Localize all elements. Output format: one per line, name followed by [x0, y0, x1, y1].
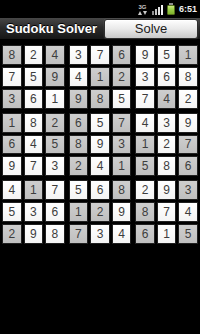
cell-r9c7[interactable]: 6 [135, 224, 155, 244]
cell-r5c7[interactable]: 1 [135, 135, 155, 155]
title-bar: Sudoku Solver Solve [0, 18, 200, 40]
sudoku-board: 8243769517594123683619857421826574396458… [0, 40, 200, 248]
cell-r6c1[interactable]: 9 [2, 156, 22, 176]
cell-r8c3[interactable]: 6 [45, 202, 65, 222]
cell-r5c8[interactable]: 2 [157, 135, 177, 155]
battery-icon [167, 3, 175, 15]
cell-r6c6[interactable]: 1 [112, 156, 132, 176]
cell-r1c7[interactable]: 9 [135, 45, 155, 65]
cell-r9c8[interactable]: 1 [157, 224, 177, 244]
clock-label: 6:51 [179, 0, 197, 18]
cell-r3c5[interactable]: 8 [90, 89, 110, 109]
cell-r9c9[interactable]: 5 [178, 224, 198, 244]
solve-button[interactable]: Solve [104, 19, 198, 39]
cell-r2c5[interactable]: 1 [90, 67, 110, 87]
cell-r1c1[interactable]: 8 [2, 45, 22, 65]
cell-r1c9[interactable]: 1 [178, 45, 198, 65]
cell-r2c4[interactable]: 4 [69, 67, 89, 87]
cell-r8c6[interactable]: 9 [112, 202, 132, 222]
cell-r6c5[interactable]: 4 [90, 156, 110, 176]
cell-r3c1[interactable]: 3 [2, 89, 22, 109]
cell-r6c3[interactable]: 3 [45, 156, 65, 176]
cell-r4c1[interactable]: 1 [2, 113, 22, 133]
cell-r7c5[interactable]: 6 [90, 180, 110, 200]
cell-r9c4[interactable]: 7 [69, 224, 89, 244]
cell-r8c5[interactable]: 2 [90, 202, 110, 222]
cell-r6c9[interactable]: 6 [178, 156, 198, 176]
status-bar: 3G 6:51 [0, 0, 200, 18]
app-screen: 3G 6:51 Sudoku Solver Solve 824376951759… [0, 0, 200, 334]
page-title: Sudoku Solver [0, 21, 97, 36]
cell-r7c4[interactable]: 5 [69, 180, 89, 200]
cell-r3c2[interactable]: 6 [24, 89, 44, 109]
signal-strength-icon [152, 4, 163, 15]
cell-r4c4[interactable]: 6 [69, 113, 89, 133]
cell-r1c6[interactable]: 6 [112, 45, 132, 65]
cell-r5c2[interactable]: 4 [24, 135, 44, 155]
cell-r7c6[interactable]: 8 [112, 180, 132, 200]
cell-r3c4[interactable]: 9 [69, 89, 89, 109]
cell-r4c6[interactable]: 7 [112, 113, 132, 133]
cell-r5c4[interactable]: 8 [69, 135, 89, 155]
cell-r6c8[interactable]: 8 [157, 156, 177, 176]
cell-r5c1[interactable]: 6 [2, 135, 22, 155]
cell-r4c3[interactable]: 2 [45, 113, 65, 133]
cell-r2c8[interactable]: 6 [157, 67, 177, 87]
cell-r3c8[interactable]: 4 [157, 89, 177, 109]
cell-r7c2[interactable]: 1 [24, 180, 44, 200]
cell-r6c7[interactable]: 5 [135, 156, 155, 176]
cell-r2c2[interactable]: 5 [24, 67, 44, 87]
cell-r8c8[interactable]: 7 [157, 202, 177, 222]
cell-r7c7[interactable]: 2 [135, 180, 155, 200]
cell-r2c1[interactable]: 7 [2, 67, 22, 87]
cell-r6c4[interactable]: 2 [69, 156, 89, 176]
cell-r5c3[interactable]: 5 [45, 135, 65, 155]
cell-r1c3[interactable]: 4 [45, 45, 65, 65]
cell-r5c9[interactable]: 7 [178, 135, 198, 155]
cell-r9c3[interactable]: 8 [45, 224, 65, 244]
empty-area [0, 248, 200, 334]
cell-r3c9[interactable]: 2 [178, 89, 198, 109]
battery-body [167, 5, 175, 15]
cell-r5c5[interactable]: 9 [90, 135, 110, 155]
cell-r9c5[interactable]: 3 [90, 224, 110, 244]
data-arrows-icon [138, 11, 147, 15]
cell-r4c7[interactable]: 4 [135, 113, 155, 133]
cell-r8c2[interactable]: 3 [24, 202, 44, 222]
cell-r3c7[interactable]: 7 [135, 89, 155, 109]
cell-r7c3[interactable]: 7 [45, 180, 65, 200]
mobile-data-3g-icon: 3G [137, 3, 148, 15]
cell-r1c2[interactable]: 2 [24, 45, 44, 65]
cell-r2c9[interactable]: 8 [178, 67, 198, 87]
cell-r8c1[interactable]: 5 [2, 202, 22, 222]
mobile-data-3g-label: 3G [138, 4, 146, 10]
cell-r3c6[interactable]: 5 [112, 89, 132, 109]
cell-r4c2[interactable]: 8 [24, 113, 44, 133]
cell-r9c6[interactable]: 4 [112, 224, 132, 244]
cell-r2c7[interactable]: 3 [135, 67, 155, 87]
cell-r7c9[interactable]: 3 [178, 180, 198, 200]
cell-r6c2[interactable]: 7 [24, 156, 44, 176]
cell-r4c9[interactable]: 9 [178, 113, 198, 133]
cell-r2c6[interactable]: 2 [112, 67, 132, 87]
cell-r9c2[interactable]: 9 [24, 224, 44, 244]
cell-r1c8[interactable]: 5 [157, 45, 177, 65]
cell-r4c8[interactable]: 3 [157, 113, 177, 133]
cell-r2c3[interactable]: 9 [45, 67, 65, 87]
cell-r7c8[interactable]: 9 [157, 180, 177, 200]
cell-r5c6[interactable]: 3 [112, 135, 132, 155]
cell-r1c5[interactable]: 7 [90, 45, 110, 65]
cell-r4c5[interactable]: 5 [90, 113, 110, 133]
cell-r8c7[interactable]: 8 [135, 202, 155, 222]
cell-r3c3[interactable]: 1 [45, 89, 65, 109]
cell-r7c1[interactable]: 4 [2, 180, 22, 200]
cell-r1c4[interactable]: 3 [69, 45, 89, 65]
cell-r8c9[interactable]: 4 [178, 202, 198, 222]
cell-r8c4[interactable]: 1 [69, 202, 89, 222]
cell-r9c1[interactable]: 2 [2, 224, 22, 244]
